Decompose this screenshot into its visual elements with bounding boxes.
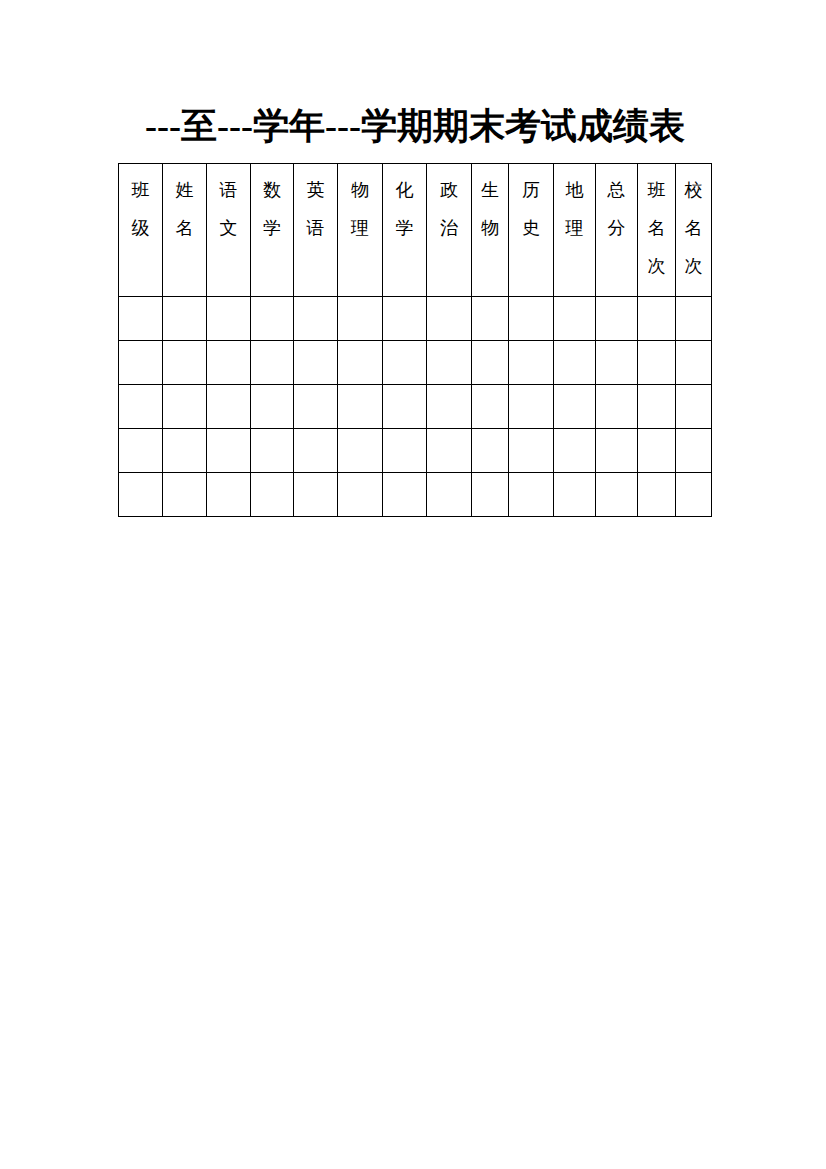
table-cell xyxy=(638,429,676,473)
table-cell xyxy=(163,341,207,385)
header-history: 历史 xyxy=(509,164,554,297)
header-class-rank-label: 班名次 xyxy=(647,171,667,285)
header-politics-label: 政治 xyxy=(439,171,459,247)
table-cell xyxy=(251,473,294,517)
table-cell xyxy=(207,297,251,341)
table-cell xyxy=(163,429,207,473)
header-geography-label: 地理 xyxy=(565,171,585,247)
table-cell xyxy=(427,473,472,517)
table-cell xyxy=(554,297,596,341)
table-cell xyxy=(472,473,509,517)
table-cell xyxy=(338,429,383,473)
header-english: 英语 xyxy=(294,164,338,297)
table-cell xyxy=(638,341,676,385)
header-english-label: 英语 xyxy=(306,171,326,247)
table-cell xyxy=(472,297,509,341)
header-physics: 物理 xyxy=(338,164,383,297)
header-math-label: 数学 xyxy=(262,171,282,247)
header-chemistry-label: 化学 xyxy=(395,171,415,247)
table-cell xyxy=(294,297,338,341)
page-title: ---至---学年---学期期末考试成绩表 xyxy=(118,101,712,151)
table-cell xyxy=(383,385,427,429)
header-name-label: 姓名 xyxy=(175,171,195,247)
header-physics-label: 物理 xyxy=(350,171,370,247)
table-cell xyxy=(338,473,383,517)
table-cell xyxy=(509,341,554,385)
header-chinese-label: 语文 xyxy=(219,171,239,247)
header-chinese: 语文 xyxy=(207,164,251,297)
score-table: 班级 姓名 语文 数学 英语 物理 化学 政治 生物 历史 地理 总分 班名次 … xyxy=(118,163,712,517)
table-cell xyxy=(509,473,554,517)
table-cell xyxy=(638,473,676,517)
table-cell xyxy=(338,297,383,341)
table-cell xyxy=(383,297,427,341)
table-cell xyxy=(509,297,554,341)
table-cell xyxy=(554,473,596,517)
table-row xyxy=(119,429,712,473)
header-politics: 政治 xyxy=(427,164,472,297)
table-body xyxy=(119,297,712,517)
table-cell xyxy=(119,297,163,341)
header-class: 班级 xyxy=(119,164,163,297)
table-cell xyxy=(251,341,294,385)
table-cell xyxy=(207,429,251,473)
table-cell xyxy=(596,385,638,429)
table-cell xyxy=(638,385,676,429)
table-row xyxy=(119,297,712,341)
document-page: ---至---学年---学期期末考试成绩表 班级 姓名 语文 数学 英语 xyxy=(0,0,826,1169)
header-chemistry: 化学 xyxy=(383,164,427,297)
table-cell xyxy=(383,429,427,473)
header-biology-label: 生物 xyxy=(480,171,500,247)
table-cell xyxy=(251,429,294,473)
header-total-score-label: 总分 xyxy=(607,171,627,247)
table-cell xyxy=(472,385,509,429)
table-cell xyxy=(383,473,427,517)
table-cell xyxy=(676,473,712,517)
table-cell xyxy=(207,473,251,517)
header-school-rank: 校名次 xyxy=(676,164,712,297)
table-cell xyxy=(119,473,163,517)
table-cell xyxy=(596,297,638,341)
table-cell xyxy=(338,341,383,385)
table-cell xyxy=(251,385,294,429)
table-cell xyxy=(596,473,638,517)
table-cell xyxy=(119,341,163,385)
table-cell xyxy=(163,385,207,429)
table-cell xyxy=(676,341,712,385)
table-cell xyxy=(119,385,163,429)
table-cell xyxy=(676,385,712,429)
table-cell xyxy=(596,341,638,385)
header-geography: 地理 xyxy=(554,164,596,297)
header-name: 姓名 xyxy=(163,164,207,297)
table-cell xyxy=(676,429,712,473)
table-cell xyxy=(427,429,472,473)
header-class-rank: 班名次 xyxy=(638,164,676,297)
table-cell xyxy=(427,297,472,341)
table-cell xyxy=(294,473,338,517)
table-cell xyxy=(294,341,338,385)
table-cell xyxy=(294,429,338,473)
table-cell xyxy=(554,385,596,429)
table-cell xyxy=(119,429,163,473)
table-row xyxy=(119,341,712,385)
header-total-score: 总分 xyxy=(596,164,638,297)
table-row xyxy=(119,473,712,517)
table-cell xyxy=(472,341,509,385)
table-cell xyxy=(207,341,251,385)
header-history-label: 历史 xyxy=(521,171,541,247)
table-cell xyxy=(338,385,383,429)
header-biology: 生物 xyxy=(472,164,509,297)
table-cell xyxy=(554,429,596,473)
table-cell xyxy=(509,429,554,473)
table-cell xyxy=(163,297,207,341)
table-cell xyxy=(509,385,554,429)
table-header-row: 班级 姓名 语文 数学 英语 物理 化学 政治 生物 历史 地理 总分 班名次 … xyxy=(119,164,712,297)
table-cell xyxy=(554,341,596,385)
table-cell xyxy=(472,429,509,473)
table-cell xyxy=(596,429,638,473)
table-cell xyxy=(638,297,676,341)
header-math: 数学 xyxy=(251,164,294,297)
table-row xyxy=(119,385,712,429)
table-cell xyxy=(163,473,207,517)
header-class-label: 班级 xyxy=(131,171,151,247)
header-school-rank-label: 校名次 xyxy=(684,171,704,285)
table-cell xyxy=(427,341,472,385)
table-cell xyxy=(427,385,472,429)
table-cell xyxy=(251,297,294,341)
table-cell xyxy=(294,385,338,429)
table-cell xyxy=(383,341,427,385)
table-cell xyxy=(207,385,251,429)
table-cell xyxy=(676,297,712,341)
